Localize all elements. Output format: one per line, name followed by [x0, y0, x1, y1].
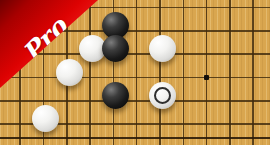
last-move-circle-marker: [154, 87, 171, 104]
go-app-screen: Pro: [0, 0, 270, 145]
black-stone: [102, 35, 129, 62]
white-stone: [149, 82, 176, 109]
black-stone: [102, 82, 129, 109]
white-stone: [56, 59, 83, 86]
board-edge-line: [0, 137, 270, 140]
white-stone: [149, 35, 176, 62]
grid-line-horizontal: [0, 77, 270, 79]
grid-line-horizontal: [0, 53, 270, 55]
grid-line-horizontal: [0, 100, 270, 102]
star-point: [204, 75, 209, 80]
white-stone: [32, 105, 59, 132]
